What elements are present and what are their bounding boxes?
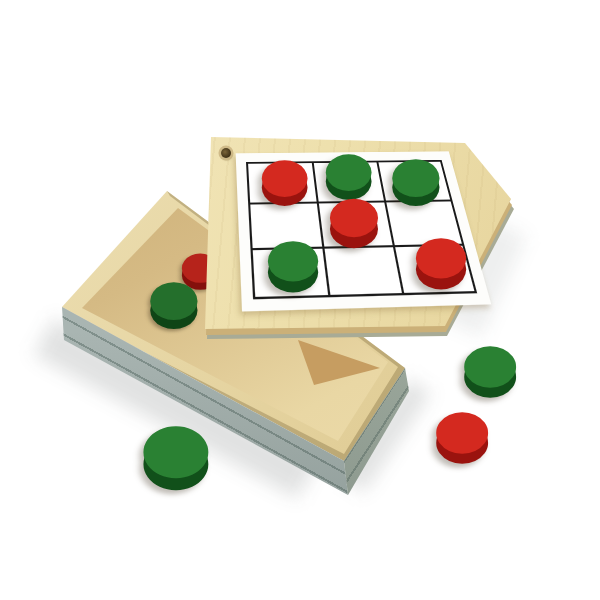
piece-red[interactable]: ● [326,189,381,239]
piece-green[interactable]: ● [461,335,520,389]
pieces-layer: ●●●●●●●●● [0,0,600,600]
piece-green[interactable]: ● [139,412,213,480]
piece-green[interactable]: ● [389,149,443,199]
scene: ●● ●●●●●●●●● [0,0,600,600]
piece-red[interactable]: ● [259,150,311,198]
piece-red[interactable]: ● [412,228,470,281]
piece-green[interactable]: ● [264,231,322,284]
piece-red[interactable]: ● [433,401,492,455]
